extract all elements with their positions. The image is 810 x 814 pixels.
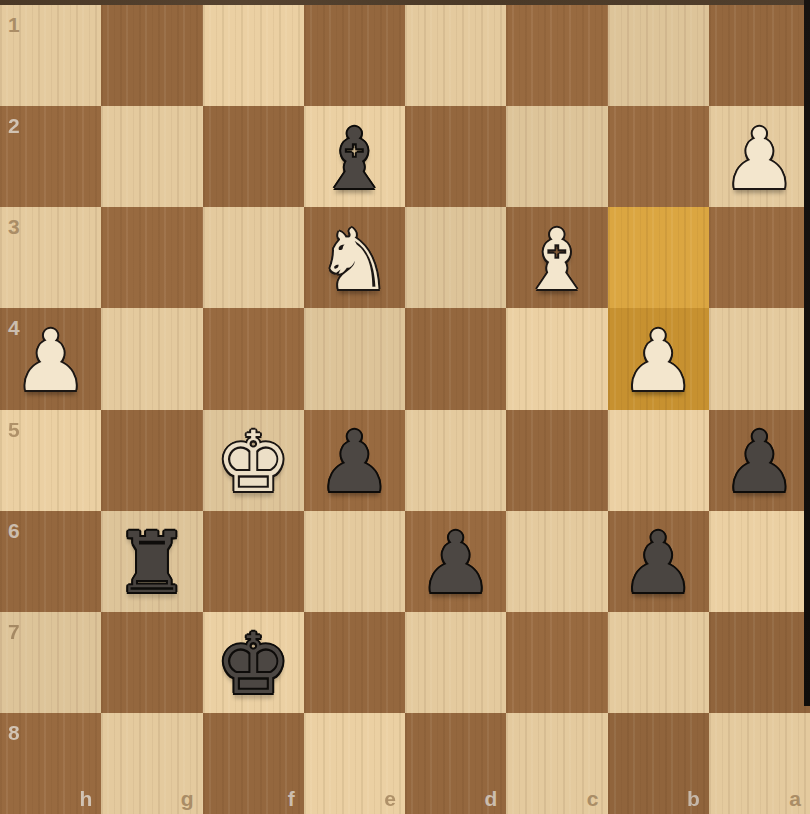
- square-e1[interactable]: [304, 5, 405, 106]
- square-e8[interactable]: e: [304, 713, 405, 814]
- piece-white-knight[interactable]: ♞: [304, 209, 405, 310]
- rank-label-6: 6: [8, 520, 20, 541]
- square-a2[interactable]: ♟: [709, 106, 810, 207]
- square-g8[interactable]: g: [101, 713, 202, 814]
- file-label-d: d: [484, 788, 497, 809]
- square-e4[interactable]: [304, 308, 405, 409]
- square-f7[interactable]: ♚: [203, 612, 304, 713]
- piece-white-pawn[interactable]: ♟: [0, 310, 101, 411]
- square-g3[interactable]: [101, 207, 202, 308]
- square-c4[interactable]: [506, 308, 607, 409]
- square-b8[interactable]: b: [608, 713, 709, 814]
- square-h8[interactable]: 8h: [0, 713, 101, 814]
- square-d8[interactable]: d: [405, 713, 506, 814]
- square-d3[interactable]: [405, 207, 506, 308]
- square-a7[interactable]: [709, 612, 810, 713]
- square-e3[interactable]: ♞: [304, 207, 405, 308]
- rank-label-3: 3: [8, 216, 20, 237]
- square-c7[interactable]: [506, 612, 607, 713]
- square-a3[interactable]: [709, 207, 810, 308]
- square-g5[interactable]: [101, 410, 202, 511]
- square-f2[interactable]: [203, 106, 304, 207]
- board-top-edge: [0, 0, 810, 5]
- square-a8[interactable]: a: [709, 713, 810, 814]
- square-b3[interactable]: [608, 207, 709, 308]
- square-b1[interactable]: [608, 5, 709, 106]
- piece-black-pawn[interactable]: ♟: [304, 412, 405, 513]
- file-label-f: f: [288, 788, 295, 809]
- square-d2[interactable]: [405, 106, 506, 207]
- square-c6[interactable]: [506, 511, 607, 612]
- square-c3[interactable]: ♝: [506, 207, 607, 308]
- square-f5[interactable]: ♚: [203, 410, 304, 511]
- square-d7[interactable]: [405, 612, 506, 713]
- square-e5[interactable]: ♟: [304, 410, 405, 511]
- piece-black-pawn[interactable]: ♟: [405, 513, 506, 614]
- file-label-g: g: [181, 788, 194, 809]
- square-h5[interactable]: 5: [0, 410, 101, 511]
- square-e7[interactable]: [304, 612, 405, 713]
- square-h1[interactable]: 1: [0, 5, 101, 106]
- square-a1[interactable]: [709, 5, 810, 106]
- square-b4[interactable]: ♟: [608, 308, 709, 409]
- square-h3[interactable]: 3: [0, 207, 101, 308]
- file-label-c: c: [587, 788, 599, 809]
- square-a4[interactable]: [709, 308, 810, 409]
- square-a6[interactable]: [709, 511, 810, 612]
- square-c5[interactable]: [506, 410, 607, 511]
- piece-white-king[interactable]: ♚: [203, 412, 304, 513]
- square-h7[interactable]: 7: [0, 612, 101, 713]
- rank-label-2: 2: [8, 115, 20, 136]
- square-b6[interactable]: ♟: [608, 511, 709, 612]
- square-d4[interactable]: [405, 308, 506, 409]
- square-g2[interactable]: [101, 106, 202, 207]
- square-g4[interactable]: [101, 308, 202, 409]
- square-g7[interactable]: [101, 612, 202, 713]
- square-d1[interactable]: [405, 5, 506, 106]
- chess-app: 12♝♟3♞♝4♟♟5♚♟♟6♜♟♟7♚8hgfedcba: [0, 0, 810, 814]
- square-g6[interactable]: ♜: [101, 511, 202, 612]
- square-d6[interactable]: ♟: [405, 511, 506, 612]
- scrollbar[interactable]: [804, 0, 810, 706]
- square-f8[interactable]: f: [203, 713, 304, 814]
- square-b2[interactable]: [608, 106, 709, 207]
- square-f1[interactable]: [203, 5, 304, 106]
- piece-black-pawn[interactable]: ♟: [608, 513, 709, 614]
- rank-label-1: 1: [8, 14, 20, 35]
- rank-label-5: 5: [8, 419, 20, 440]
- file-label-b: b: [687, 788, 700, 809]
- rank-label-8: 8: [8, 722, 20, 743]
- square-b5[interactable]: [608, 410, 709, 511]
- square-h6[interactable]: 6: [0, 511, 101, 612]
- square-g1[interactable]: [101, 5, 202, 106]
- square-h4[interactable]: 4♟: [0, 308, 101, 409]
- piece-white-pawn[interactable]: ♟: [709, 108, 810, 209]
- file-label-a: a: [789, 788, 801, 809]
- piece-black-king[interactable]: ♚: [203, 614, 304, 715]
- square-a5[interactable]: ♟: [709, 410, 810, 511]
- file-label-h: h: [79, 788, 92, 809]
- piece-black-bishop[interactable]: ♝: [304, 108, 405, 209]
- rank-label-7: 7: [8, 621, 20, 642]
- square-d5[interactable]: [405, 410, 506, 511]
- square-c2[interactable]: [506, 106, 607, 207]
- square-e6[interactable]: [304, 511, 405, 612]
- piece-white-bishop[interactable]: ♝: [506, 209, 607, 310]
- piece-white-pawn[interactable]: ♟: [608, 310, 709, 411]
- square-c1[interactable]: [506, 5, 607, 106]
- piece-black-pawn[interactable]: ♟: [709, 412, 810, 513]
- square-e2[interactable]: ♝: [304, 106, 405, 207]
- file-label-e: e: [384, 788, 396, 809]
- square-c8[interactable]: c: [506, 713, 607, 814]
- piece-black-rook[interactable]: ♜: [101, 513, 202, 614]
- square-h2[interactable]: 2: [0, 106, 101, 207]
- square-f4[interactable]: [203, 308, 304, 409]
- chess-board: 12♝♟3♞♝4♟♟5♚♟♟6♜♟♟7♚8hgfedcba: [0, 5, 810, 814]
- square-f6[interactable]: [203, 511, 304, 612]
- square-b7[interactable]: [608, 612, 709, 713]
- square-f3[interactable]: [203, 207, 304, 308]
